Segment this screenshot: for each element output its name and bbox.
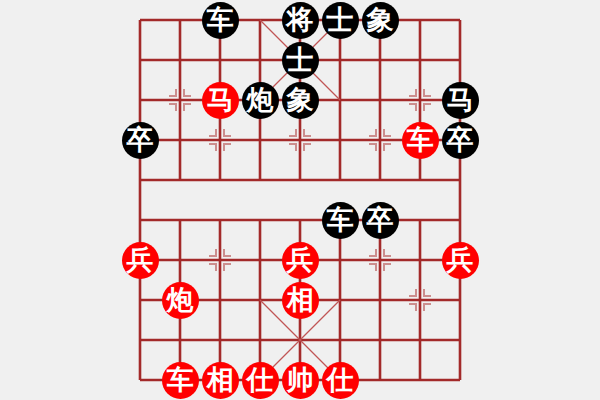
piece-red-cannon[interactable]: 炮 — [162, 282, 199, 319]
piece-red-advisor[interactable]: 仕 — [322, 362, 359, 399]
piece-red-general[interactable]: 帅 — [282, 362, 319, 399]
pieces-layer: 车将士象士马炮象马卒车卒车卒兵兵兵炮相车相仕帅仕 — [120, 0, 480, 400]
piece-red-chariot[interactable]: 车 — [402, 122, 439, 159]
piece-red-horse[interactable]: 马 — [202, 82, 239, 119]
xiangqi-app: 车将士象士马炮象马卒车卒车卒兵兵兵炮相车相仕帅仕 — [0, 0, 600, 400]
piece-black-chariot[interactable]: 车 — [322, 202, 359, 239]
piece-black-advisor[interactable]: 士 — [282, 42, 319, 79]
piece-black-soldier[interactable]: 卒 — [442, 122, 479, 159]
piece-black-advisor[interactable]: 士 — [322, 2, 359, 39]
piece-black-horse[interactable]: 马 — [442, 82, 479, 119]
piece-red-elephant[interactable]: 相 — [202, 362, 239, 399]
piece-red-soldier[interactable]: 兵 — [282, 242, 319, 279]
piece-black-soldier[interactable]: 卒 — [362, 202, 399, 239]
piece-black-soldier[interactable]: 卒 — [122, 122, 159, 159]
piece-red-elephant[interactable]: 相 — [282, 282, 319, 319]
piece-red-chariot[interactable]: 车 — [162, 362, 199, 399]
piece-red-advisor[interactable]: 仕 — [242, 362, 279, 399]
piece-black-chariot[interactable]: 车 — [202, 2, 239, 39]
piece-black-elephant[interactable]: 象 — [282, 82, 319, 119]
piece-black-cannon[interactable]: 炮 — [242, 82, 279, 119]
piece-black-general[interactable]: 将 — [282, 2, 319, 39]
piece-red-soldier[interactable]: 兵 — [122, 242, 159, 279]
piece-red-soldier[interactable]: 兵 — [442, 242, 479, 279]
piece-black-elephant[interactable]: 象 — [362, 2, 399, 39]
